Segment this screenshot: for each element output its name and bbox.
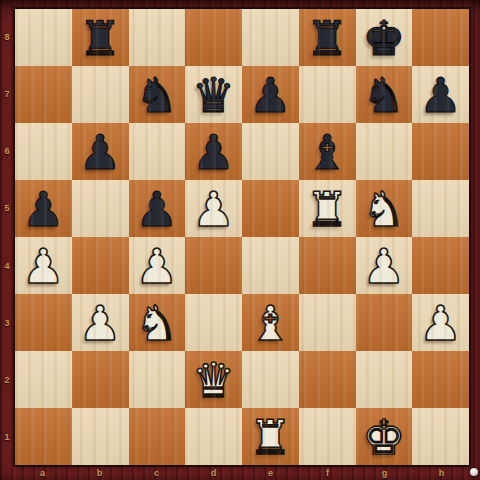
white-pawn-h3[interactable]: ♟ [419, 299, 462, 347]
square-e1[interactable]: ♜ [242, 408, 299, 465]
square-e6[interactable] [242, 123, 299, 180]
square-f6[interactable]: ♝ [299, 123, 356, 180]
white-pawn-b3[interactable]: ♟ [79, 299, 122, 347]
square-f4[interactable] [299, 237, 356, 294]
square-e7[interactable]: ♟ [242, 66, 299, 123]
black-rook-b8[interactable]: ♜ [79, 14, 122, 62]
square-d6[interactable]: ♟ [185, 123, 242, 180]
square-e4[interactable] [242, 237, 299, 294]
file-label-f: f [299, 465, 356, 480]
file-label-d: d [185, 465, 242, 480]
rank-labels: 87654321 [0, 8, 14, 466]
white-king-g1[interactable]: ♚ [362, 413, 405, 461]
black-pawn-e7[interactable]: ♟ [249, 71, 292, 119]
square-c1[interactable] [129, 408, 186, 465]
file-labels: abcdefgh [14, 465, 470, 480]
white-pawn-c4[interactable]: ♟ [135, 242, 178, 290]
white-rook-e1[interactable]: ♜ [249, 413, 292, 461]
square-h1[interactable] [412, 408, 469, 465]
black-bishop-f6[interactable]: ♝ [306, 128, 349, 176]
square-h8[interactable] [412, 9, 469, 66]
black-pawn-b6[interactable]: ♟ [79, 128, 122, 176]
square-f3[interactable] [299, 294, 356, 351]
square-d3[interactable] [185, 294, 242, 351]
square-f8[interactable]: ♜ [299, 9, 356, 66]
rank-label-4: 4 [0, 237, 14, 294]
square-f7[interactable] [299, 66, 356, 123]
square-d7[interactable]: ♛ [185, 66, 242, 123]
square-b4[interactable] [72, 237, 129, 294]
square-e5[interactable] [242, 180, 299, 237]
square-c2[interactable] [129, 351, 186, 408]
file-label-a: a [14, 465, 71, 480]
square-a1[interactable] [15, 408, 72, 465]
square-g8[interactable]: ♚ [356, 9, 413, 66]
rank-label-8: 8 [0, 8, 14, 65]
square-c4[interactable]: ♟ [129, 237, 186, 294]
black-queen-d7[interactable]: ♛ [192, 71, 235, 119]
square-a8[interactable] [15, 9, 72, 66]
square-b6[interactable]: ♟ [72, 123, 129, 180]
white-pawn-a4[interactable]: ♟ [22, 242, 65, 290]
square-b2[interactable] [72, 351, 129, 408]
square-b8[interactable]: ♜ [72, 9, 129, 66]
square-g4[interactable]: ♟ [356, 237, 413, 294]
square-g6[interactable] [356, 123, 413, 180]
black-pawn-d6[interactable]: ♟ [192, 128, 235, 176]
square-h2[interactable] [412, 351, 469, 408]
white-knight-g5[interactable]: ♞ [362, 185, 405, 233]
square-g3[interactable] [356, 294, 413, 351]
chess-board-frame: 87654321 ♜♜♚♞♛♟♞♟♟♟♝♟♟♟♜♞♟♟♟♟♞♝♟♛♜♚ abcd… [0, 0, 480, 480]
square-c8[interactable] [129, 9, 186, 66]
square-f2[interactable] [299, 351, 356, 408]
square-c5[interactable]: ♟ [129, 180, 186, 237]
file-label-g: g [356, 465, 413, 480]
black-pawn-a5[interactable]: ♟ [22, 185, 65, 233]
white-knight-c3[interactable]: ♞ [135, 299, 178, 347]
square-g5[interactable]: ♞ [356, 180, 413, 237]
white-bishop-e3[interactable]: ♝ [249, 299, 292, 347]
square-c3[interactable]: ♞ [129, 294, 186, 351]
black-king-g8[interactable]: ♚ [362, 14, 405, 62]
rank-label-7: 7 [0, 65, 14, 122]
square-g2[interactable] [356, 351, 413, 408]
rank-label-6: 6 [0, 123, 14, 180]
square-h3[interactable]: ♟ [412, 294, 469, 351]
square-a5[interactable]: ♟ [15, 180, 72, 237]
white-rook-f5[interactable]: ♜ [306, 185, 349, 233]
square-d4[interactable] [185, 237, 242, 294]
square-f1[interactable] [299, 408, 356, 465]
square-d8[interactable] [185, 9, 242, 66]
square-a2[interactable] [15, 351, 72, 408]
square-h5[interactable] [412, 180, 469, 237]
rank-label-2: 2 [0, 352, 14, 409]
square-a4[interactable]: ♟ [15, 237, 72, 294]
black-knight-g7[interactable]: ♞ [362, 71, 405, 119]
black-knight-c7[interactable]: ♞ [135, 71, 178, 119]
square-h7[interactable]: ♟ [412, 66, 469, 123]
square-e8[interactable] [242, 9, 299, 66]
square-e2[interactable] [242, 351, 299, 408]
square-g7[interactable]: ♞ [356, 66, 413, 123]
square-b5[interactable] [72, 180, 129, 237]
white-queen-d2[interactable]: ♛ [192, 356, 235, 404]
rank-label-5: 5 [0, 180, 14, 237]
black-pawn-h7[interactable]: ♟ [419, 71, 462, 119]
square-b3[interactable]: ♟ [72, 294, 129, 351]
pearl-corner-dot [470, 468, 478, 476]
square-a7[interactable] [15, 66, 72, 123]
square-h6[interactable] [412, 123, 469, 180]
square-c6[interactable] [129, 123, 186, 180]
board: ♜♜♚♞♛♟♞♟♟♟♝♟♟♟♜♞♟♟♟♟♞♝♟♛♜♚ [14, 8, 470, 466]
square-c7[interactable]: ♞ [129, 66, 186, 123]
rank-label-3: 3 [0, 294, 14, 351]
square-f5[interactable]: ♜ [299, 180, 356, 237]
square-g1[interactable]: ♚ [356, 408, 413, 465]
white-pawn-d5[interactable]: ♟ [192, 185, 235, 233]
square-a6[interactable] [15, 123, 72, 180]
square-a3[interactable] [15, 294, 72, 351]
square-d1[interactable] [185, 408, 242, 465]
rank-label-1: 1 [0, 409, 14, 466]
file-label-b: b [71, 465, 128, 480]
file-label-c: c [128, 465, 185, 480]
square-e3[interactable]: ♝ [242, 294, 299, 351]
black-rook-f8[interactable]: ♜ [306, 14, 349, 62]
square-b7[interactable] [72, 66, 129, 123]
square-d2[interactable]: ♛ [185, 351, 242, 408]
white-pawn-g4[interactable]: ♟ [362, 242, 405, 290]
square-d5[interactable]: ♟ [185, 180, 242, 237]
file-label-e: e [242, 465, 299, 480]
black-pawn-c5[interactable]: ♟ [135, 185, 178, 233]
square-b1[interactable] [72, 408, 129, 465]
file-label-h: h [413, 465, 470, 480]
square-h4[interactable] [412, 237, 469, 294]
